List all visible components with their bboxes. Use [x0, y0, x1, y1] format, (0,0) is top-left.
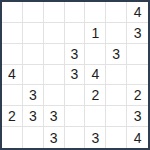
cell-r5c1[interactable]	[2, 85, 23, 106]
cell-r1c1[interactable]	[2, 2, 23, 23]
cell-r5c4[interactable]	[65, 85, 86, 106]
cell-r1c7[interactable]: 4	[127, 2, 148, 23]
cell-r6c4[interactable]	[65, 106, 86, 127]
cell-r2c1[interactable]	[2, 23, 23, 44]
cell-r3c5[interactable]	[85, 44, 106, 65]
cell-r7c6[interactable]	[106, 127, 127, 148]
cell-r6c2[interactable]: 3	[23, 106, 44, 127]
cell-r4c6[interactable]	[106, 65, 127, 86]
cell-r5c5[interactable]: 2	[85, 85, 106, 106]
cell-r7c1[interactable]	[2, 127, 23, 148]
cell-r4c3[interactable]	[44, 65, 65, 86]
cell-r7c5[interactable]: 3	[85, 127, 106, 148]
cell-r7c4[interactable]	[65, 127, 86, 148]
cell-r3c7[interactable]	[127, 44, 148, 65]
cell-r2c7[interactable]: 3	[127, 23, 148, 44]
cell-r2c2[interactable]	[23, 23, 44, 44]
cell-r1c6[interactable]	[106, 2, 127, 23]
cell-r4c2[interactable]	[23, 65, 44, 86]
cell-r1c4[interactable]	[65, 2, 86, 23]
cell-r4c7[interactable]	[127, 65, 148, 86]
cell-r6c5[interactable]	[85, 106, 106, 127]
cell-r7c2[interactable]	[23, 127, 44, 148]
cell-r3c6[interactable]: 3	[106, 44, 127, 65]
cell-r5c2[interactable]: 3	[23, 85, 44, 106]
cell-r7c7[interactable]: 4	[127, 127, 148, 148]
cell-r6c3[interactable]: 3	[44, 106, 65, 127]
cell-r6c1[interactable]: 2	[2, 106, 23, 127]
cell-r4c1[interactable]: 4	[2, 65, 23, 86]
cell-r5c7[interactable]: 2	[127, 85, 148, 106]
cell-r2c6[interactable]	[106, 23, 127, 44]
cell-r2c5[interactable]: 1	[85, 23, 106, 44]
cell-r3c4[interactable]: 3	[65, 44, 86, 65]
cell-r1c5[interactable]	[85, 2, 106, 23]
cell-r6c6[interactable]	[106, 106, 127, 127]
cell-r5c3[interactable]	[44, 85, 65, 106]
puzzle-board: 413334343222333334	[0, 0, 150, 150]
cell-r4c5[interactable]: 4	[85, 65, 106, 86]
cell-r4c4[interactable]: 3	[65, 65, 86, 86]
cell-r2c4[interactable]	[65, 23, 86, 44]
cell-r5c6[interactable]	[106, 85, 127, 106]
cell-r3c3[interactable]	[44, 44, 65, 65]
cell-r6c7[interactable]: 3	[127, 106, 148, 127]
cell-r2c3[interactable]	[44, 23, 65, 44]
cell-r1c2[interactable]	[23, 2, 44, 23]
cell-r1c3[interactable]	[44, 2, 65, 23]
cell-r3c1[interactable]	[2, 44, 23, 65]
cell-r3c2[interactable]	[23, 44, 44, 65]
cell-r7c3[interactable]: 3	[44, 127, 65, 148]
